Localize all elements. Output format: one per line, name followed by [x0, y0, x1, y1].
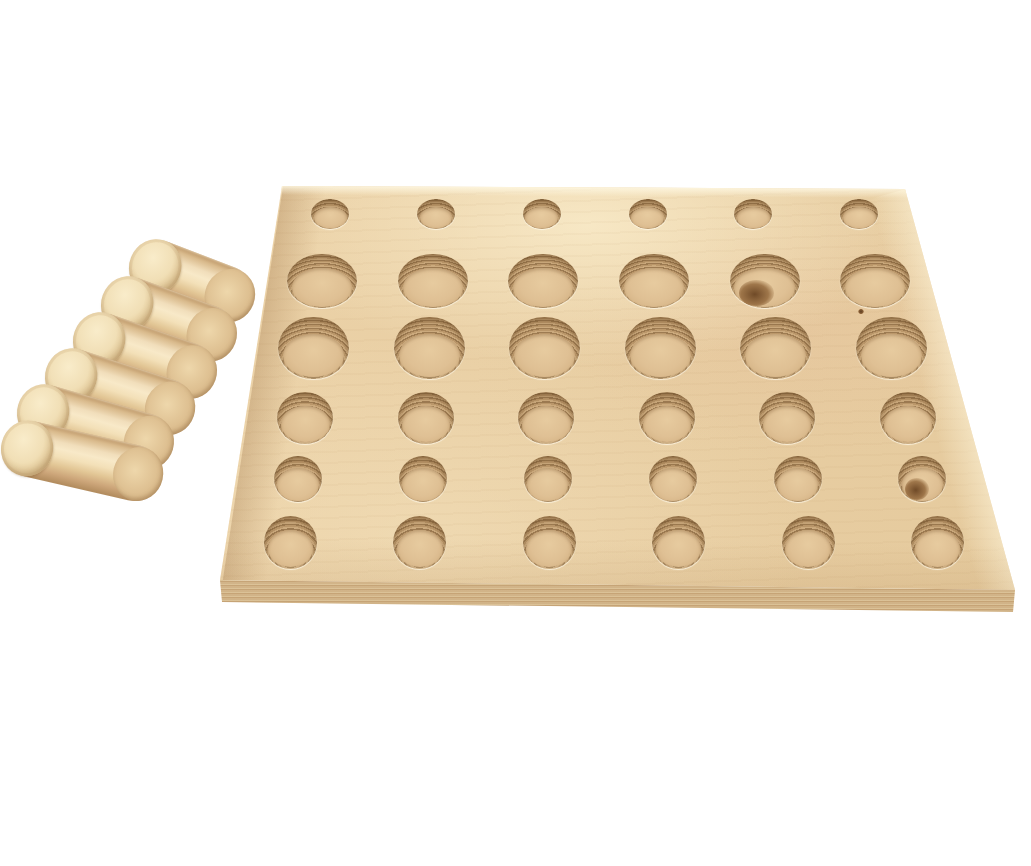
hole-r2c3[interactable]: [508, 254, 578, 309]
hole-r6c1[interactable]: [264, 516, 317, 569]
hole-r6c3[interactable]: [523, 516, 576, 569]
hole-r4c5[interactable]: [759, 392, 815, 444]
hole-r5c4[interactable]: [649, 456, 697, 502]
hole-r5c5[interactable]: [774, 456, 822, 502]
hole-r1c5[interactable]: [734, 199, 772, 229]
hole-r6c4[interactable]: [652, 516, 705, 569]
hole-r4c6[interactable]: [880, 392, 936, 444]
hole-r3c2[interactable]: [394, 317, 465, 379]
wood-knot: [739, 280, 774, 306]
hole-r5c3[interactable]: [524, 456, 572, 502]
hole-r1c1[interactable]: [311, 199, 349, 229]
hole-r2c2[interactable]: [398, 254, 468, 309]
hole-r3c1[interactable]: [278, 317, 349, 379]
hole-r2c4[interactable]: [619, 254, 689, 309]
product-photo-scene: [0, 0, 1031, 866]
hole-r1c2[interactable]: [417, 199, 455, 229]
hole-r2c6[interactable]: [840, 254, 910, 309]
wood-knot: [905, 478, 929, 500]
surface-speck: [858, 309, 864, 314]
hole-r1c4[interactable]: [629, 199, 667, 229]
hole-r4c2[interactable]: [398, 392, 454, 444]
hole-r5c2[interactable]: [399, 456, 447, 502]
hole-r6c5[interactable]: [782, 516, 835, 569]
hole-r2c5[interactable]: [730, 254, 800, 309]
hole-r4c4[interactable]: [639, 392, 695, 444]
hole-r6c6[interactable]: [911, 516, 964, 569]
hole-r1c3[interactable]: [523, 199, 561, 229]
hole-r3c3[interactable]: [509, 317, 580, 379]
hole-r4c1[interactable]: [277, 392, 333, 444]
hole-r3c4[interactable]: [625, 317, 696, 379]
hole-r3c6[interactable]: [856, 317, 927, 379]
board-back-edge-highlight: [275, 185, 920, 198]
hole-r6c2[interactable]: [393, 516, 446, 569]
hole-r4c3[interactable]: [518, 392, 574, 444]
hole-r3c5[interactable]: [740, 317, 811, 379]
hole-r5c1[interactable]: [274, 456, 322, 502]
hole-r2c1[interactable]: [287, 254, 357, 309]
